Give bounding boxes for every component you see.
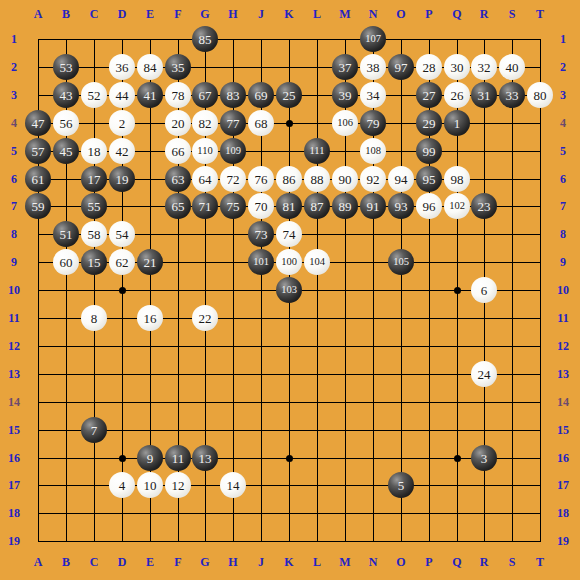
row-label-left-3: 3 (1, 88, 27, 102)
stone-black-15[interactable]: 15 (81, 249, 107, 275)
move-number: 99 (423, 145, 436, 158)
stone-black-77[interactable]: 77 (220, 110, 246, 136)
move-number: 47 (32, 117, 45, 130)
col-label-top-R: R (475, 7, 493, 21)
move-number: 62 (116, 256, 129, 269)
stone-black-23[interactable]: 23 (471, 193, 497, 219)
stone-white-36[interactable]: 36 (109, 54, 135, 80)
stone-black-59[interactable]: 59 (25, 193, 51, 219)
stone-black-11[interactable]: 11 (165, 445, 191, 471)
stone-white-30[interactable]: 30 (444, 54, 470, 80)
grid-line-horizontal (38, 318, 541, 319)
row-label-right-4: 4 (550, 116, 576, 130)
move-number: 39 (339, 89, 352, 102)
move-number: 30 (451, 61, 464, 74)
stone-white-40[interactable]: 40 (499, 54, 525, 80)
row-label-right-6: 6 (550, 172, 576, 186)
row-label-left-13: 13 (1, 367, 27, 381)
stone-white-72[interactable]: 72 (220, 166, 246, 192)
stone-black-81[interactable]: 81 (276, 193, 302, 219)
move-number: 8 (91, 312, 98, 325)
row-label-left-1: 1 (1, 32, 27, 46)
col-label-bottom-S: S (503, 555, 521, 569)
stone-white-54[interactable]: 54 (109, 221, 135, 247)
stone-black-73[interactable]: 73 (248, 221, 274, 247)
stone-white-20[interactable]: 20 (165, 110, 191, 136)
stone-black-5[interactable]: 5 (388, 472, 414, 498)
row-label-right-17: 17 (550, 478, 576, 492)
stone-white-92[interactable]: 92 (360, 166, 386, 192)
stone-black-21[interactable]: 21 (137, 249, 163, 275)
col-label-top-F: F (169, 7, 187, 21)
stone-black-37[interactable]: 37 (332, 54, 358, 80)
stone-black-7[interactable]: 7 (81, 417, 107, 443)
move-number: 42 (116, 145, 129, 158)
stone-black-35[interactable]: 35 (165, 54, 191, 80)
stone-black-83[interactable]: 83 (220, 82, 246, 108)
stone-black-101[interactable]: 101 (248, 249, 274, 275)
col-label-top-P: P (420, 7, 438, 21)
stone-black-43[interactable]: 43 (53, 82, 79, 108)
move-number: 16 (144, 312, 157, 325)
move-number: 66 (172, 145, 185, 158)
move-number: 9 (147, 452, 154, 465)
go-board-page: AABBCCDDEEFFGGHHJJKKLLMMNNOOPPQQRRSSTT11… (0, 0, 580, 580)
move-number: 72 (227, 173, 240, 186)
row-label-left-10: 10 (1, 283, 27, 297)
move-number: 59 (32, 200, 45, 213)
grid-line-horizontal (38, 402, 541, 403)
row-label-right-14: 14 (550, 395, 576, 409)
star-point (286, 455, 293, 462)
stone-black-41[interactable]: 41 (137, 82, 163, 108)
col-label-top-N: N (364, 7, 382, 21)
move-number: 107 (365, 34, 381, 45)
move-number: 87 (311, 200, 324, 213)
row-label-left-15: 15 (1, 423, 27, 437)
stone-black-75[interactable]: 75 (220, 193, 246, 219)
move-number: 23 (478, 200, 491, 213)
col-label-top-E: E (141, 7, 159, 21)
stone-white-68[interactable]: 68 (248, 110, 274, 136)
stone-black-111[interactable]: 111 (304, 138, 330, 164)
stone-white-16[interactable]: 16 (137, 305, 163, 331)
move-number: 92 (367, 173, 380, 186)
move-number: 88 (311, 173, 324, 186)
move-number: 96 (423, 200, 436, 213)
stone-white-86[interactable]: 86 (276, 166, 302, 192)
row-label-right-9: 9 (550, 255, 576, 269)
grid-line-vertical (512, 39, 513, 542)
move-number: 63 (172, 173, 185, 186)
col-label-top-Q: Q (448, 7, 466, 21)
move-number: 91 (367, 200, 380, 213)
move-number: 67 (199, 89, 212, 102)
move-number: 36 (116, 61, 129, 74)
move-number: 104 (309, 257, 325, 268)
stone-black-99[interactable]: 99 (416, 138, 442, 164)
col-label-top-A: A (29, 7, 47, 21)
stone-white-90[interactable]: 90 (332, 166, 358, 192)
col-label-bottom-R: R (475, 555, 493, 569)
stone-white-78[interactable]: 78 (165, 82, 191, 108)
col-label-top-D: D (113, 7, 131, 21)
stone-black-103[interactable]: 103 (276, 277, 302, 303)
col-label-top-H: H (224, 7, 242, 21)
move-number: 95 (423, 173, 436, 186)
col-label-bottom-T: T (531, 555, 549, 569)
move-number: 79 (367, 117, 380, 130)
move-number: 109 (225, 146, 241, 157)
col-label-bottom-B: B (57, 555, 75, 569)
move-number: 41 (144, 89, 157, 102)
stone-white-80[interactable]: 80 (527, 82, 553, 108)
col-label-bottom-D: D (113, 555, 131, 569)
move-number: 69 (255, 89, 268, 102)
star-point (286, 120, 293, 127)
row-label-left-9: 9 (1, 255, 27, 269)
row-label-right-3: 3 (550, 88, 576, 102)
move-number: 11 (172, 452, 185, 465)
col-label-bottom-A: A (29, 555, 47, 569)
move-number: 35 (172, 61, 185, 74)
stone-black-27[interactable]: 27 (416, 82, 442, 108)
stone-white-106[interactable]: 106 (332, 110, 358, 136)
move-number: 111 (310, 146, 325, 157)
move-number: 17 (88, 173, 101, 186)
stone-white-4[interactable]: 4 (109, 472, 135, 498)
move-number: 33 (506, 89, 519, 102)
move-number: 52 (88, 89, 101, 102)
move-number: 7 (91, 424, 98, 437)
stone-white-110[interactable]: 110 (192, 138, 218, 164)
row-label-right-18: 18 (550, 506, 576, 520)
row-label-right-11: 11 (550, 311, 576, 325)
move-number: 86 (283, 173, 296, 186)
stone-white-24[interactable]: 24 (471, 361, 497, 387)
stone-black-69[interactable]: 69 (248, 82, 274, 108)
stone-white-58[interactable]: 58 (81, 221, 107, 247)
col-label-bottom-F: F (169, 555, 187, 569)
move-number: 6 (481, 284, 488, 297)
move-number: 76 (255, 173, 268, 186)
stone-white-22[interactable]: 22 (192, 305, 218, 331)
stone-white-88[interactable]: 88 (304, 166, 330, 192)
move-number: 44 (116, 89, 129, 102)
stone-white-2[interactable]: 2 (109, 110, 135, 136)
move-number: 43 (60, 89, 73, 102)
grid-line-horizontal (38, 346, 541, 347)
move-number: 110 (197, 146, 212, 157)
move-number: 65 (172, 200, 185, 213)
stone-white-104[interactable]: 104 (304, 249, 330, 275)
stone-black-51[interactable]: 51 (53, 221, 79, 247)
stone-white-94[interactable]: 94 (388, 166, 414, 192)
star-point (454, 455, 461, 462)
stone-white-6[interactable]: 6 (471, 277, 497, 303)
grid-line-vertical (401, 39, 402, 542)
row-label-left-7: 7 (1, 199, 27, 213)
stone-white-32[interactable]: 32 (471, 54, 497, 80)
col-label-top-S: S (503, 7, 521, 21)
stone-black-65[interactable]: 65 (165, 193, 191, 219)
move-number: 101 (253, 257, 269, 268)
stone-white-66[interactable]: 66 (165, 138, 191, 164)
col-label-bottom-J: J (252, 555, 270, 569)
move-number: 10 (144, 479, 157, 492)
move-number: 105 (393, 257, 409, 268)
stone-white-44[interactable]: 44 (109, 82, 135, 108)
col-label-bottom-Q: Q (448, 555, 466, 569)
stone-black-109[interactable]: 109 (220, 138, 246, 164)
move-number: 75 (227, 200, 240, 213)
stone-black-105[interactable]: 105 (388, 249, 414, 275)
move-number: 20 (172, 117, 185, 130)
move-number: 108 (365, 146, 381, 157)
stone-white-18[interactable]: 18 (81, 138, 107, 164)
row-label-left-4: 4 (1, 116, 27, 130)
star-point (119, 287, 126, 294)
stone-white-108[interactable]: 108 (360, 138, 386, 164)
move-number: 38 (367, 61, 380, 74)
move-number: 5 (398, 479, 405, 492)
grid-line-horizontal (38, 374, 541, 375)
move-number: 21 (144, 256, 157, 269)
row-label-left-5: 5 (1, 144, 27, 158)
move-number: 71 (199, 200, 212, 213)
stone-white-96[interactable]: 96 (416, 193, 442, 219)
stone-black-3[interactable]: 3 (471, 445, 497, 471)
move-number: 85 (199, 33, 212, 46)
stone-black-25[interactable]: 25 (276, 82, 302, 108)
row-label-left-16: 16 (1, 451, 27, 465)
row-label-right-8: 8 (550, 227, 576, 241)
move-number: 14 (227, 479, 240, 492)
stone-black-53[interactable]: 53 (53, 54, 79, 80)
grid-line-vertical (540, 39, 541, 542)
stone-white-26[interactable]: 26 (444, 82, 470, 108)
stone-white-70[interactable]: 70 (248, 193, 274, 219)
stone-black-87[interactable]: 87 (304, 193, 330, 219)
stone-white-52[interactable]: 52 (81, 82, 107, 108)
row-label-right-5: 5 (550, 144, 576, 158)
stone-white-60[interactable]: 60 (53, 249, 79, 275)
move-number: 2 (119, 117, 126, 130)
stone-black-31[interactable]: 31 (471, 82, 497, 108)
move-number: 53 (60, 61, 73, 74)
stone-black-17[interactable]: 17 (81, 166, 107, 192)
move-number: 94 (395, 173, 408, 186)
stone-black-63[interactable]: 63 (165, 166, 191, 192)
stone-black-93[interactable]: 93 (388, 193, 414, 219)
row-label-left-19: 19 (1, 534, 27, 548)
row-label-right-1: 1 (550, 32, 576, 46)
row-label-right-15: 15 (550, 423, 576, 437)
move-number: 55 (88, 200, 101, 213)
move-number: 29 (423, 117, 436, 130)
move-number: 89 (339, 200, 352, 213)
stone-white-8[interactable]: 8 (81, 305, 107, 331)
move-number: 37 (339, 61, 352, 74)
stone-black-61[interactable]: 61 (25, 166, 51, 192)
col-label-top-J: J (252, 7, 270, 21)
stone-white-64[interactable]: 64 (192, 166, 218, 192)
row-label-right-16: 16 (550, 451, 576, 465)
move-number: 82 (199, 117, 212, 130)
row-label-left-8: 8 (1, 227, 27, 241)
move-number: 3 (481, 452, 488, 465)
stone-black-47[interactable]: 47 (25, 110, 51, 136)
stone-black-57[interactable]: 57 (25, 138, 51, 164)
stone-white-42[interactable]: 42 (109, 138, 135, 164)
move-number: 57 (32, 145, 45, 158)
row-label-left-18: 18 (1, 506, 27, 520)
stone-white-82[interactable]: 82 (192, 110, 218, 136)
move-number: 61 (32, 173, 45, 186)
row-label-left-14: 14 (1, 395, 27, 409)
stone-black-45[interactable]: 45 (53, 138, 79, 164)
move-number: 27 (423, 89, 436, 102)
row-label-right-19: 19 (550, 534, 576, 548)
stone-white-34[interactable]: 34 (360, 82, 386, 108)
grid-line-horizontal (38, 430, 541, 431)
stone-white-12[interactable]: 12 (165, 472, 191, 498)
move-number: 26 (451, 89, 464, 102)
stone-white-28[interactable]: 28 (416, 54, 442, 80)
col-label-bottom-M: M (336, 555, 354, 569)
stone-black-91[interactable]: 91 (360, 193, 386, 219)
row-label-right-12: 12 (550, 339, 576, 353)
stone-black-107[interactable]: 107 (360, 26, 386, 52)
col-label-bottom-C: C (85, 555, 103, 569)
col-label-bottom-N: N (364, 555, 382, 569)
move-number: 18 (88, 145, 101, 158)
stone-black-67[interactable]: 67 (192, 82, 218, 108)
move-number: 34 (367, 89, 380, 102)
col-label-bottom-K: K (280, 555, 298, 569)
grid-line-horizontal (38, 541, 541, 542)
move-number: 54 (116, 228, 129, 241)
move-number: 93 (395, 200, 408, 213)
col-label-bottom-O: O (392, 555, 410, 569)
col-label-top-C: C (85, 7, 103, 21)
row-label-right-2: 2 (550, 60, 576, 74)
col-label-top-K: K (280, 7, 298, 21)
grid-line-vertical (317, 39, 318, 542)
move-number: 106 (337, 118, 353, 129)
move-number: 73 (255, 228, 268, 241)
move-number: 97 (395, 61, 408, 74)
move-number: 102 (449, 201, 465, 212)
row-label-right-7: 7 (550, 199, 576, 213)
row-label-left-11: 11 (1, 311, 27, 325)
stone-black-89[interactable]: 89 (332, 193, 358, 219)
row-label-left-6: 6 (1, 172, 27, 186)
col-label-bottom-G: G (196, 555, 214, 569)
move-number: 68 (255, 117, 268, 130)
move-number: 81 (283, 200, 296, 213)
stone-white-102[interactable]: 102 (444, 193, 470, 219)
stone-black-71[interactable]: 71 (192, 193, 218, 219)
move-number: 1 (454, 117, 461, 130)
move-number: 51 (60, 228, 73, 241)
move-number: 25 (283, 89, 296, 102)
move-number: 31 (478, 89, 491, 102)
stone-black-33[interactable]: 33 (499, 82, 525, 108)
move-number: 24 (478, 368, 491, 381)
col-label-bottom-H: H (224, 555, 242, 569)
move-number: 80 (534, 89, 547, 102)
move-number: 84 (144, 61, 157, 74)
move-number: 22 (199, 312, 212, 325)
stone-white-74[interactable]: 74 (276, 221, 302, 247)
stone-black-55[interactable]: 55 (81, 193, 107, 219)
move-number: 98 (451, 173, 464, 186)
move-number: 19 (116, 173, 129, 186)
stone-white-84[interactable]: 84 (137, 54, 163, 80)
row-label-left-2: 2 (1, 60, 27, 74)
stone-white-14[interactable]: 14 (220, 472, 246, 498)
move-number: 64 (199, 173, 212, 186)
stone-white-10[interactable]: 10 (137, 472, 163, 498)
row-label-left-12: 12 (1, 339, 27, 353)
stone-white-100[interactable]: 100 (276, 249, 302, 275)
stone-black-13[interactable]: 13 (192, 445, 218, 471)
move-number: 103 (281, 285, 297, 296)
stone-white-62[interactable]: 62 (109, 249, 135, 275)
row-label-right-13: 13 (550, 367, 576, 381)
stone-black-9[interactable]: 9 (137, 445, 163, 471)
move-number: 90 (339, 173, 352, 186)
col-label-bottom-P: P (420, 555, 438, 569)
stone-white-76[interactable]: 76 (248, 166, 274, 192)
move-number: 70 (255, 200, 268, 213)
move-number: 45 (60, 145, 73, 158)
star-point (119, 455, 126, 462)
move-number: 58 (88, 228, 101, 241)
grid-line-horizontal (38, 513, 541, 514)
stone-black-19[interactable]: 19 (109, 166, 135, 192)
stone-black-39[interactable]: 39 (332, 82, 358, 108)
row-label-right-10: 10 (550, 283, 576, 297)
star-point (454, 287, 461, 294)
move-number: 40 (506, 61, 519, 74)
stone-white-38[interactable]: 38 (360, 54, 386, 80)
move-number: 15 (88, 256, 101, 269)
stone-black-29[interactable]: 29 (416, 110, 442, 136)
stone-white-56[interactable]: 56 (53, 110, 79, 136)
stone-black-1[interactable]: 1 (444, 110, 470, 136)
col-label-bottom-E: E (141, 555, 159, 569)
move-number: 78 (172, 89, 185, 102)
move-number: 74 (283, 228, 296, 241)
move-number: 32 (478, 61, 491, 74)
stone-black-79[interactable]: 79 (360, 110, 386, 136)
col-label-top-B: B (57, 7, 75, 21)
move-number: 100 (281, 257, 297, 268)
move-number: 56 (60, 117, 73, 130)
move-number: 83 (227, 89, 240, 102)
stone-black-95[interactable]: 95 (416, 166, 442, 192)
stone-black-85[interactable]: 85 (192, 26, 218, 52)
stone-white-98[interactable]: 98 (444, 166, 470, 192)
move-number: 13 (199, 452, 212, 465)
stone-black-97[interactable]: 97 (388, 54, 414, 80)
col-label-top-T: T (531, 7, 549, 21)
col-label-top-M: M (336, 7, 354, 21)
col-label-top-G: G (196, 7, 214, 21)
col-label-bottom-L: L (308, 555, 326, 569)
